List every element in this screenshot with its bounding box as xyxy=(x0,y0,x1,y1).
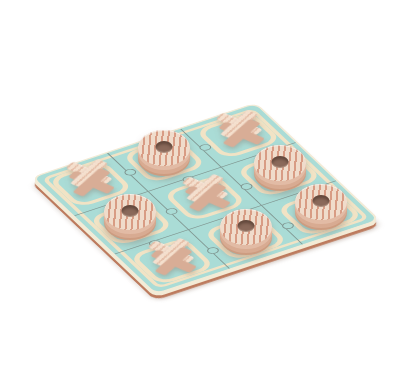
o-hole xyxy=(155,141,172,153)
piece-o-r1c2[interactable] xyxy=(138,130,190,166)
o-hole xyxy=(122,205,139,217)
piece-x-r3c1[interactable] xyxy=(142,234,200,270)
o-hole xyxy=(238,220,255,232)
piece-o-r2c1[interactable] xyxy=(104,194,156,230)
product-photo-scene xyxy=(0,0,416,380)
piece-o-r3c3[interactable] xyxy=(295,184,347,220)
piece-x-r2c2[interactable] xyxy=(176,170,234,206)
piece-o-r3c2[interactable] xyxy=(220,209,272,245)
piece-o-r2c3[interactable] xyxy=(254,145,306,181)
piece-x-r1c3[interactable] xyxy=(210,106,268,142)
o-hole xyxy=(272,156,289,168)
piece-x-r1c1[interactable] xyxy=(60,155,118,191)
o-hole xyxy=(313,195,330,207)
